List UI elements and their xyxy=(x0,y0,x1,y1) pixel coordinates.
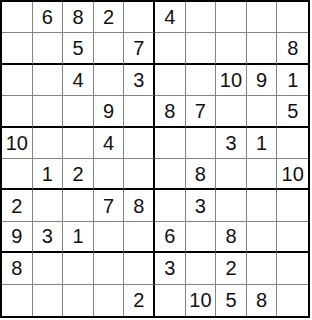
empty-cell-r7c10[interactable] xyxy=(277,190,308,221)
empty-cell-r9c3[interactable] xyxy=(63,253,94,284)
empty-cell-r1c8[interactable] xyxy=(216,2,247,33)
empty-cell-r2c1[interactable] xyxy=(2,33,33,64)
empty-cell-r9c2[interactable] xyxy=(33,253,64,284)
empty-cell-r10c6[interactable] xyxy=(155,285,186,316)
empty-cell-r7c3[interactable] xyxy=(63,190,94,221)
empty-cell-r6c4[interactable] xyxy=(94,159,125,190)
sudoku-page: 6824578431091987510431128102783931688322… xyxy=(0,0,312,320)
empty-cell-r8c5[interactable] xyxy=(124,222,155,253)
given-cell-r6c10: 10 xyxy=(277,159,308,190)
empty-cell-r3c1[interactable] xyxy=(2,65,33,96)
given-cell-r3c9: 9 xyxy=(247,65,278,96)
empty-cell-r7c9[interactable] xyxy=(247,190,278,221)
given-cell-r5c9: 1 xyxy=(247,128,278,159)
empty-cell-r3c2[interactable] xyxy=(33,65,64,96)
empty-cell-r1c10[interactable] xyxy=(277,2,308,33)
given-cell-r9c8: 2 xyxy=(216,253,247,284)
given-cell-r1c6: 4 xyxy=(155,2,186,33)
empty-cell-r9c7[interactable] xyxy=(186,253,217,284)
given-cell-r8c3: 1 xyxy=(63,222,94,253)
empty-cell-r4c1[interactable] xyxy=(2,96,33,127)
given-cell-r10c9: 8 xyxy=(247,285,278,316)
given-cell-r1c2: 6 xyxy=(33,2,64,33)
given-cell-r2c3: 5 xyxy=(63,33,94,64)
given-cell-r1c4: 2 xyxy=(94,2,125,33)
empty-cell-r5c6[interactable] xyxy=(155,128,186,159)
empty-cell-r3c7[interactable] xyxy=(186,65,217,96)
empty-cell-r8c10[interactable] xyxy=(277,222,308,253)
empty-cell-r2c8[interactable] xyxy=(216,33,247,64)
empty-cell-r2c7[interactable] xyxy=(186,33,217,64)
given-cell-r10c5: 2 xyxy=(124,285,155,316)
given-cell-r8c2: 3 xyxy=(33,222,64,253)
given-cell-r9c1: 8 xyxy=(2,253,33,284)
empty-cell-r4c8[interactable] xyxy=(216,96,247,127)
given-cell-r6c2: 1 xyxy=(33,159,64,190)
given-cell-r4c6: 8 xyxy=(155,96,186,127)
empty-cell-r8c9[interactable] xyxy=(247,222,278,253)
empty-cell-r6c9[interactable] xyxy=(247,159,278,190)
empty-cell-r2c4[interactable] xyxy=(94,33,125,64)
empty-cell-r6c8[interactable] xyxy=(216,159,247,190)
given-cell-r3c10: 1 xyxy=(277,65,308,96)
given-cell-r7c1: 2 xyxy=(2,190,33,221)
empty-cell-r10c2[interactable] xyxy=(33,285,64,316)
empty-cell-r5c2[interactable] xyxy=(33,128,64,159)
empty-cell-r1c5[interactable] xyxy=(124,2,155,33)
given-cell-r8c1: 9 xyxy=(2,222,33,253)
given-cell-r6c3: 2 xyxy=(63,159,94,190)
empty-cell-r10c10[interactable] xyxy=(277,285,308,316)
empty-cell-r7c8[interactable] xyxy=(216,190,247,221)
empty-cell-r8c7[interactable] xyxy=(186,222,217,253)
empty-cell-r9c4[interactable] xyxy=(94,253,125,284)
given-cell-r7c5: 8 xyxy=(124,190,155,221)
given-cell-r5c1: 10 xyxy=(2,128,33,159)
empty-cell-r4c2[interactable] xyxy=(33,96,64,127)
empty-cell-r3c4[interactable] xyxy=(94,65,125,96)
empty-cell-r4c5[interactable] xyxy=(124,96,155,127)
empty-cell-r9c9[interactable] xyxy=(247,253,278,284)
empty-cell-r5c7[interactable] xyxy=(186,128,217,159)
empty-cell-r9c10[interactable] xyxy=(277,253,308,284)
given-cell-r8c6: 6 xyxy=(155,222,186,253)
given-cell-r8c8: 8 xyxy=(216,222,247,253)
empty-cell-r7c6[interactable] xyxy=(155,190,186,221)
given-cell-r3c8: 10 xyxy=(216,65,247,96)
given-cell-r6c7: 8 xyxy=(186,159,217,190)
given-cell-r2c10: 8 xyxy=(277,33,308,64)
empty-cell-r6c6[interactable] xyxy=(155,159,186,190)
given-cell-r4c10: 5 xyxy=(277,96,308,127)
empty-cell-r1c9[interactable] xyxy=(247,2,278,33)
empty-cell-r2c6[interactable] xyxy=(155,33,186,64)
empty-cell-r3c6[interactable] xyxy=(155,65,186,96)
given-cell-r5c4: 4 xyxy=(94,128,125,159)
given-cell-r4c7: 7 xyxy=(186,96,217,127)
empty-cell-r10c1[interactable] xyxy=(2,285,33,316)
given-cell-r7c7: 3 xyxy=(186,190,217,221)
given-cell-r1c3: 8 xyxy=(63,2,94,33)
empty-cell-r5c10[interactable] xyxy=(277,128,308,159)
given-cell-r5c8: 3 xyxy=(216,128,247,159)
empty-cell-r4c3[interactable] xyxy=(63,96,94,127)
given-cell-r3c3: 4 xyxy=(63,65,94,96)
empty-cell-r9c5[interactable] xyxy=(124,253,155,284)
empty-cell-r4c9[interactable] xyxy=(247,96,278,127)
empty-cell-r8c4[interactable] xyxy=(94,222,125,253)
given-cell-r4c4: 9 xyxy=(94,96,125,127)
given-cell-r9c6: 3 xyxy=(155,253,186,284)
given-cell-r2c5: 7 xyxy=(124,33,155,64)
empty-cell-r1c7[interactable] xyxy=(186,2,217,33)
given-cell-r7c4: 7 xyxy=(94,190,125,221)
empty-cell-r10c4[interactable] xyxy=(94,285,125,316)
empty-cell-r2c2[interactable] xyxy=(33,33,64,64)
empty-cell-r1c1[interactable] xyxy=(2,2,33,33)
empty-cell-r7c2[interactable] xyxy=(33,190,64,221)
empty-cell-r6c5[interactable] xyxy=(124,159,155,190)
given-cell-r10c8: 5 xyxy=(216,285,247,316)
empty-cell-r2c9[interactable] xyxy=(247,33,278,64)
sudoku-board: 6824578431091987510431128102783931688322… xyxy=(0,0,310,318)
empty-cell-r10c3[interactable] xyxy=(63,285,94,316)
empty-cell-r5c3[interactable] xyxy=(63,128,94,159)
empty-cell-r5c5[interactable] xyxy=(124,128,155,159)
given-cell-r10c7: 10 xyxy=(186,285,217,316)
empty-cell-r6c1[interactable] xyxy=(2,159,33,190)
given-cell-r3c5: 3 xyxy=(124,65,155,96)
